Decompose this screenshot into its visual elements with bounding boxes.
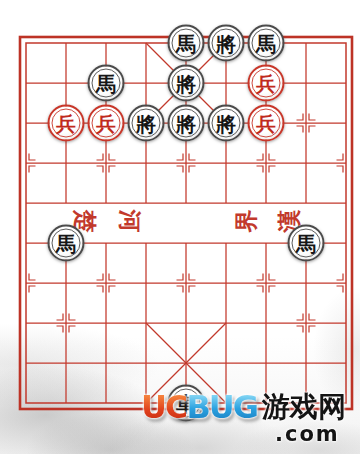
piece-glyph: 將 [176,113,196,133]
watermark-bug-text: BUG [186,391,257,423]
piece-glyph: 將 [136,113,156,133]
piece-black-馬[interactable]: 馬 [248,25,285,62]
piece-black-將[interactable]: 將 [128,105,165,142]
piece-glyph: 馬 [256,33,276,53]
piece-glyph: 馬 [176,33,196,53]
piece-glyph: 兵 [256,113,276,133]
watermark-site-cn: 游戏网 [262,393,346,421]
piece-glyph: 馬 [56,233,76,253]
piece-glyph: 將 [216,113,236,133]
piece-black-將[interactable]: 將 [168,105,205,142]
piece-black-將[interactable]: 將 [208,105,245,142]
piece-red-兵[interactable]: 兵 [48,105,85,142]
piece-red-兵[interactable]: 兵 [88,105,125,142]
piece-glyph: 兵 [96,113,116,133]
piece-black-將[interactable]: 將 [168,65,205,102]
piece-black-馬[interactable]: 馬 [88,65,125,102]
ucbug-watermark: UCBUG游戏网 .com [141,391,346,445]
piece-glyph: 馬 [296,233,316,253]
piece-glyph: 兵 [256,73,276,93]
river-label-char: 河 [119,210,142,233]
piece-glyph: 將 [216,33,236,53]
piece-glyph: 兵 [56,113,76,133]
piece-black-馬[interactable]: 馬 [168,25,205,62]
watermark-uc-text: UC [141,391,186,423]
piece-red-兵[interactable]: 兵 [248,65,285,102]
piece-red-兵[interactable]: 兵 [248,105,285,142]
piece-black-馬[interactable]: 馬 [48,225,85,262]
xiangqi-puzzle-screenshot: 楚河 界漢 馬將馬馬將兵兵兵將將將兵馬馬車 UCBUG游戏网 .com [0,0,360,454]
piece-black-馬[interactable]: 馬 [288,225,325,262]
piece-glyph: 將 [176,73,196,93]
piece-black-將[interactable]: 將 [208,25,245,62]
piece-glyph: 馬 [96,73,116,93]
river-label-char: 界 [234,210,257,233]
watermark-domain: .com [275,424,346,445]
